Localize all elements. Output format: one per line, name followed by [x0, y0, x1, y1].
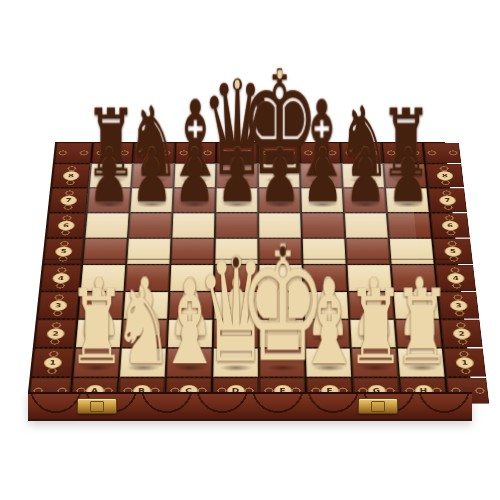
dark-pawn-h7[interactable]: ♟ — [387, 146, 428, 206]
square-h1[interactable]: ♜ — [398, 348, 445, 376]
contrast-finial-detail — [277, 70, 282, 79]
square-f7[interactable]: ♟ — [301, 188, 343, 212]
dark-pawn-g7[interactable]: ♟ — [344, 146, 385, 206]
coordinate-medallion: 6 — [441, 220, 459, 230]
square-c1[interactable]: ♝ — [167, 348, 212, 376]
light-bishop-c1[interactable]: ♝ — [157, 276, 222, 369]
coordinate-medallion: 5 — [444, 246, 462, 256]
square-h6[interactable] — [388, 213, 431, 237]
square-g7[interactable]: ♟ — [344, 188, 386, 212]
coordinate-medallion: 3 — [49, 300, 67, 311]
rank-label-right-6: 6 — [431, 213, 470, 237]
dark-pawn-b7[interactable]: ♟ — [131, 146, 172, 206]
coordinate-medallion: 3 — [450, 300, 468, 311]
dark-pawn-f7[interactable]: ♟ — [302, 146, 343, 206]
coordinate-medallion: 6 — [58, 220, 75, 230]
coordinate-medallion: 5 — [55, 246, 73, 256]
coordinate-medallion: 7 — [60, 195, 77, 205]
light-bishop-f1[interactable]: ♝ — [296, 276, 361, 369]
coordinate-medallion: 8 — [63, 171, 80, 180]
square-a7[interactable]: ♟ — [88, 188, 131, 212]
square-d7[interactable]: ♟ — [216, 188, 257, 212]
square-a6[interactable] — [85, 213, 128, 237]
rank-label-left-6: 6 — [47, 213, 86, 237]
product-photo-canvas: 8♜♞♝♛♚♝♞♜87♟♟♟♟♟♟♟♟7665544332♟♟♟♟♟♟♟♟21♜… — [0, 0, 500, 500]
coordinate-medallion: 2 — [46, 328, 65, 339]
coordinate-medallion: 1 — [43, 357, 62, 368]
coordinate-medallion: 1 — [455, 357, 474, 368]
box-front-panel — [28, 392, 472, 421]
dark-pawn-c7[interactable]: ♟ — [173, 146, 214, 206]
square-g6[interactable] — [345, 213, 388, 237]
contrast-finial-detail — [233, 257, 239, 267]
rank-label-left-7: 7 — [49, 188, 88, 212]
light-rook-h1[interactable]: ♜ — [393, 287, 450, 369]
dark-pawn-a7[interactable]: ♟ — [88, 146, 129, 206]
dark-pawn-d7[interactable]: ♟ — [216, 146, 257, 206]
coordinate-medallion: 4 — [447, 273, 465, 283]
chess-board: 8♜♞♝♛♚♝♞♜87♟♟♟♟♟♟♟♟7665544332♟♟♟♟♟♟♟♟21♜… — [30, 143, 470, 392]
square-b6[interactable] — [129, 213, 172, 237]
rank-label-right-7: 7 — [428, 188, 467, 212]
square-c7[interactable]: ♟ — [173, 188, 214, 212]
square-h7[interactable]: ♟ — [386, 188, 429, 212]
square-b7[interactable]: ♟ — [131, 188, 173, 212]
brass-latch-left — [77, 398, 117, 414]
square-e7[interactable]: ♟ — [259, 188, 300, 212]
contrast-finial-detail — [279, 246, 285, 256]
square-f1[interactable]: ♝ — [306, 348, 351, 376]
coordinate-medallion: 8 — [436, 171, 453, 180]
coordinate-medallion: 2 — [452, 328, 471, 339]
board-scene: 8♜♞♝♛♚♝♞♜87♟♟♟♟♟♟♟♟7665544332♟♟♟♟♟♟♟♟21♜… — [0, 0, 500, 500]
dark-pawn-e7[interactable]: ♟ — [259, 146, 300, 206]
brass-latch-right — [358, 398, 398, 414]
coordinate-medallion: 7 — [439, 195, 456, 205]
